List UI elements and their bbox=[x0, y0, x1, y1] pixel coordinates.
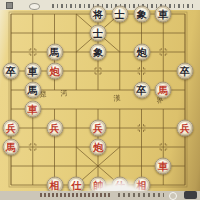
piece-glyph: 兵 bbox=[4, 121, 19, 136]
piece-glyph: 馬 bbox=[47, 45, 62, 60]
caption-text-blur bbox=[40, 193, 110, 197]
piece-black-soldier[interactable]: 卒 bbox=[177, 63, 194, 80]
piece-black-soldier[interactable]: 卒 bbox=[133, 82, 150, 99]
piece-red-soldier[interactable]: 兵 bbox=[46, 120, 63, 137]
piece-black-elephant[interactable]: 象 bbox=[90, 44, 107, 61]
piece-glyph: 士 bbox=[91, 26, 106, 41]
piece-glyph: 馬 bbox=[25, 83, 40, 98]
piece-glyph: 車 bbox=[25, 102, 40, 117]
piece-red-cannon[interactable]: 炮 bbox=[90, 139, 107, 156]
piece-glyph: 炮 bbox=[47, 64, 62, 79]
piece-red-chariot[interactable]: 車 bbox=[155, 158, 172, 175]
piece-red-soldier[interactable]: 兵 bbox=[90, 120, 107, 137]
piece-glyph: 卒 bbox=[134, 83, 149, 98]
footer-circle-icon bbox=[169, 192, 177, 200]
piece-glyph: 馬 bbox=[156, 83, 171, 98]
piece-glyph: 象 bbox=[134, 7, 149, 22]
piece-glyph: 卒 bbox=[4, 64, 19, 79]
piece-red-soldier[interactable]: 兵 bbox=[177, 120, 194, 137]
piece-black-soldier[interactable]: 卒 bbox=[3, 63, 20, 80]
piece-black-horse[interactable]: 馬 bbox=[46, 44, 63, 61]
piece-black-elephant[interactable]: 象 bbox=[133, 6, 150, 23]
piece-glyph: 兵 bbox=[91, 121, 106, 136]
footer-dark-block bbox=[184, 191, 197, 199]
piece-red-horse[interactable]: 馬 bbox=[155, 82, 172, 99]
piece-glyph: 象 bbox=[91, 45, 106, 60]
piece-glyph: 兵 bbox=[47, 121, 62, 136]
piece-red-horse[interactable]: 馬 bbox=[3, 139, 20, 156]
piece-black-general[interactable]: 将 bbox=[90, 6, 107, 23]
piece-red-soldier[interactable]: 兵 bbox=[3, 120, 20, 137]
river-label-char: 漢 bbox=[113, 95, 121, 103]
piece-black-advisor[interactable]: 士 bbox=[111, 6, 128, 23]
piece-glyph: 炮 bbox=[134, 45, 149, 60]
piece-glyph: 炮 bbox=[91, 140, 106, 155]
piece-glyph: 馬 bbox=[4, 140, 19, 155]
piece-glyph: 車 bbox=[156, 7, 171, 22]
piece-glyph: 兵 bbox=[178, 121, 193, 136]
xiangqi-board: 楚河漢界 将士象車士馬象炮卒車炮卒馬卒馬車兵兵兵兵馬炮車相仕帥仕相 bbox=[0, 0, 200, 200]
piece-black-chariot[interactable]: 車 bbox=[155, 6, 172, 23]
piece-glyph: 卒 bbox=[178, 64, 193, 79]
page-footer-strip bbox=[0, 191, 200, 200]
piece-black-horse[interactable]: 馬 bbox=[24, 82, 41, 99]
book-photo-page: 楚河漢界 将士象車士馬象炮卒車炮卒馬卒馬車兵兵兵兵馬炮車相仕帥仕相 bbox=[0, 0, 200, 200]
piece-glyph: 車 bbox=[25, 64, 40, 79]
caption-text-blur-2 bbox=[118, 193, 164, 197]
piece-glyph: 車 bbox=[156, 159, 171, 174]
piece-black-chariot[interactable]: 車 bbox=[24, 63, 41, 80]
piece-red-chariot[interactable]: 車 bbox=[24, 101, 41, 118]
piece-black-cannon[interactable]: 炮 bbox=[133, 44, 150, 61]
piece-glyph: 将 bbox=[91, 7, 106, 22]
piece-glyph: 士 bbox=[112, 7, 127, 22]
piece-red-cannon[interactable]: 炮 bbox=[46, 63, 63, 80]
piece-black-advisor[interactable]: 士 bbox=[90, 25, 107, 42]
river-label-char: 河 bbox=[60, 90, 68, 98]
